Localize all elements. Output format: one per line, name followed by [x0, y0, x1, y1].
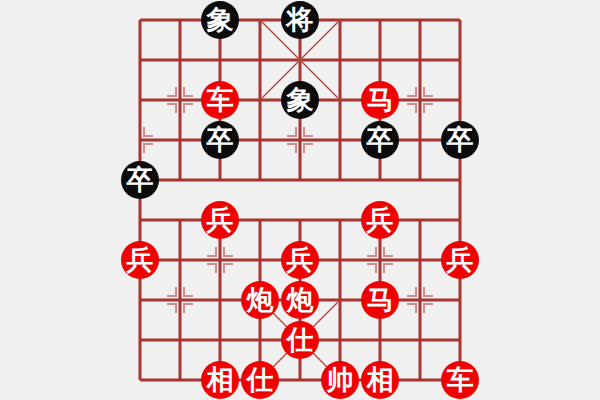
piece-black-elephant[interactable]: 象: [281, 81, 319, 119]
piece-red-elephant[interactable]: 相: [201, 361, 239, 399]
piece-red-soldier[interactable]: 兵: [121, 241, 159, 279]
piece-red-chariot[interactable]: 车: [441, 361, 479, 399]
piece-red-cannon[interactable]: 炮: [281, 281, 319, 319]
piece-red-advisor[interactable]: 仕: [241, 361, 279, 399]
piece-red-soldier[interactable]: 兵: [201, 201, 239, 239]
piece-red-soldier[interactable]: 兵: [281, 241, 319, 279]
piece-red-cannon[interactable]: 炮: [241, 281, 279, 319]
piece-red-advisor[interactable]: 仕: [281, 321, 319, 359]
piece-red-elephant[interactable]: 相: [361, 361, 399, 399]
piece-red-horse[interactable]: 马: [361, 81, 399, 119]
xiangqi-board: 象将车象马卒卒卒卒兵兵兵兵兵炮炮马仕相仕帅相车: [0, 0, 600, 400]
piece-black-general[interactable]: 将: [281, 1, 319, 39]
piece-black-soldier[interactable]: 卒: [121, 161, 159, 199]
piece-black-soldier[interactable]: 卒: [361, 121, 399, 159]
piece-black-elephant[interactable]: 象: [201, 1, 239, 39]
piece-black-soldier[interactable]: 卒: [201, 121, 239, 159]
piece-red-chariot[interactable]: 车: [201, 81, 239, 119]
piece-red-general[interactable]: 帅: [321, 361, 359, 399]
piece-red-soldier[interactable]: 兵: [361, 201, 399, 239]
piece-black-soldier[interactable]: 卒: [441, 121, 479, 159]
piece-red-soldier[interactable]: 兵: [441, 241, 479, 279]
piece-red-horse[interactable]: 马: [361, 281, 399, 319]
pieces-layer: 象将车象马卒卒卒卒兵兵兵兵兵炮炮马仕相仕帅相车: [0, 0, 600, 400]
